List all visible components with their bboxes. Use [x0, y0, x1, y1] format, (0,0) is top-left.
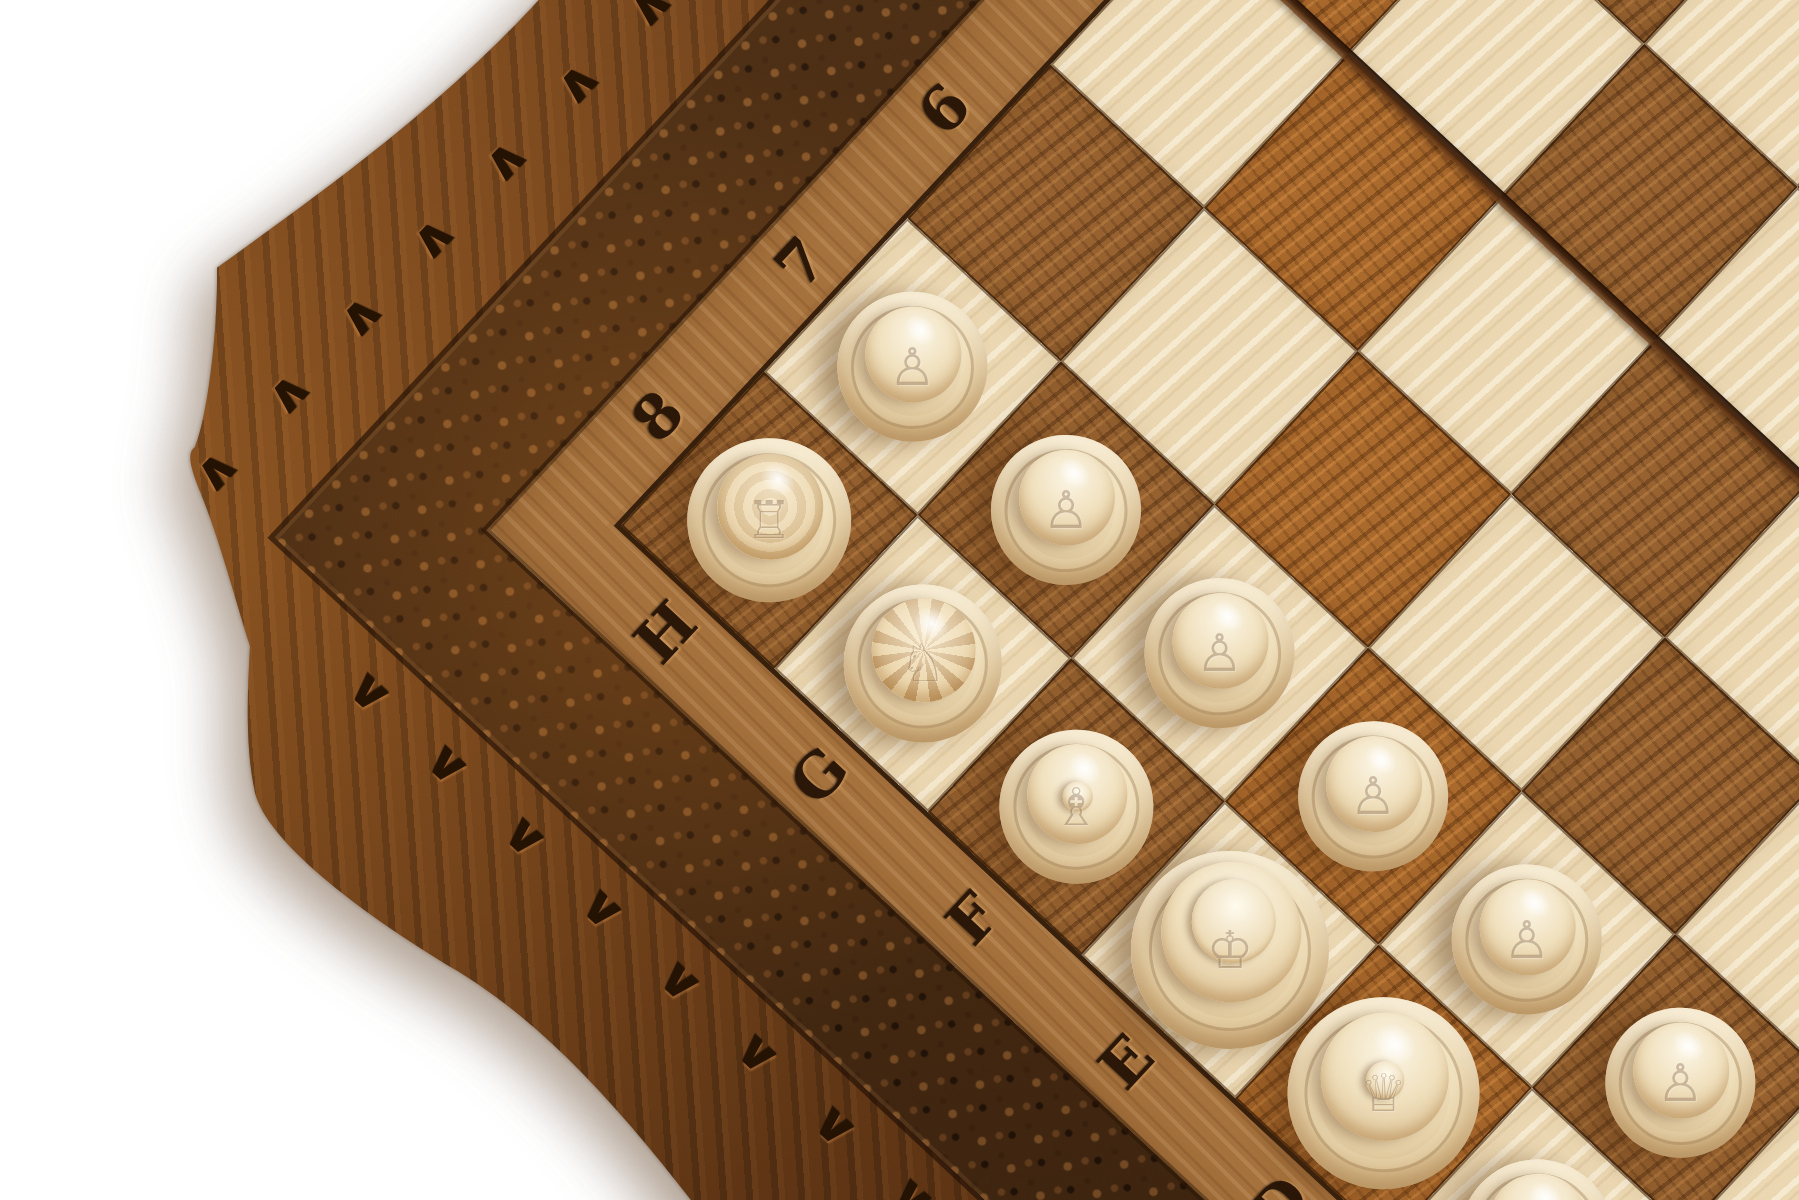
board-shadow-wrap: ∨∨∨∨∨∨∨∨∨∨∨∨∨∨∨∨∨∨∨∨∨∨∨∨ 12345678HGFEDCB… [0, 0, 1799, 1200]
white-pawn-glyph-icon: ♙ [991, 435, 1141, 585]
piece-c7-white-pawn: ♙ [1574, 977, 1786, 1189]
white-queen-glyph-icon: ♕ [1288, 997, 1480, 1189]
white-rook-glyph-icon: ♖ [687, 438, 851, 602]
photo-stage: ∨∨∨∨∨∨∨∨∨∨∨∨∨∨∨∨∨∨∨∨∨∨∨∨ 12345678HGFEDCB… [0, 0, 1799, 1200]
piece-h7-white-pawn: ♙ [806, 261, 1018, 473]
chess-board: ∨∨∨∨∨∨∨∨∨∨∨∨∨∨∨∨∨∨∨∨∨∨∨∨ 12345678HGFEDCB… [0, 0, 1799, 1200]
white-pawn-glyph-icon: ♙ [1145, 578, 1295, 728]
piece-e7-white-pawn: ♙ [1267, 690, 1479, 902]
white-pawn-glyph-icon: ♙ [1298, 721, 1448, 871]
pieces-layer: ♖♘♗♔♕♗♙♙♙♙♙♙ [0, 0, 1799, 1200]
white-bishop-glyph-icon: ♗ [1460, 1159, 1614, 1200]
white-pawn-glyph-icon: ♙ [837, 292, 987, 442]
white-pawn-glyph-icon: ♙ [1605, 1008, 1755, 1158]
piece-d7-white-pawn: ♙ [1421, 834, 1633, 1046]
piece-g7-white-pawn: ♙ [960, 404, 1172, 616]
piece-f7-white-pawn: ♙ [1114, 547, 1326, 759]
white-pawn-glyph-icon: ♙ [1452, 865, 1602, 1015]
white-knight-glyph-icon: ♘ [844, 584, 1002, 742]
